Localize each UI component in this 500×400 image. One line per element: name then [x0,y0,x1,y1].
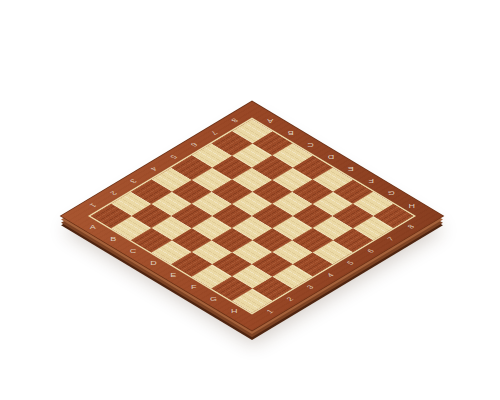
chess-board: ABCDEFGH ABCDEFGH 12345678 12345678 [61,101,443,330]
board-3d-wrapper: ABCDEFGH ABCDEFGH 12345678 12345678 [61,101,443,330]
product-photo-background: ABCDEFGH ABCDEFGH 12345678 12345678 [0,0,500,400]
playing-field [88,118,416,315]
